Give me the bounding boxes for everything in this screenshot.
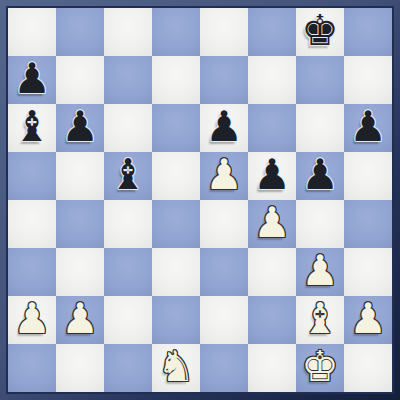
square-c7[interactable] <box>104 56 152 104</box>
piece-white-bishop[interactable]: ♝ <box>301 296 339 343</box>
square-a7[interactable]: ♟ <box>8 56 56 104</box>
square-c1[interactable] <box>104 344 152 392</box>
square-a2[interactable]: ♟ <box>8 296 56 344</box>
chess-board: ♚♟♝♟♟♟♝♟♟♟♟♟♟♟♝♟♞♚ <box>6 6 394 394</box>
piece-black-bishop[interactable]: ♝ <box>13 104 51 151</box>
square-d2[interactable] <box>152 296 200 344</box>
square-b8[interactable] <box>56 8 104 56</box>
board-frame: ♚♟♝♟♟♟♝♟♟♟♟♟♟♟♝♟♞♚ <box>0 0 400 400</box>
square-b4[interactable] <box>56 200 104 248</box>
piece-black-pawn[interactable]: ♟ <box>349 104 387 151</box>
square-f8[interactable] <box>248 8 296 56</box>
square-g8[interactable]: ♚ <box>296 8 344 56</box>
square-e6[interactable]: ♟ <box>200 104 248 152</box>
piece-black-pawn[interactable]: ♟ <box>301 152 339 199</box>
square-d5[interactable] <box>152 152 200 200</box>
square-f3[interactable] <box>248 248 296 296</box>
piece-white-pawn[interactable]: ♟ <box>253 200 291 247</box>
piece-white-knight[interactable]: ♞ <box>157 344 195 391</box>
square-a8[interactable] <box>8 8 56 56</box>
square-c8[interactable] <box>104 8 152 56</box>
square-a4[interactable] <box>8 200 56 248</box>
square-g2[interactable]: ♝ <box>296 296 344 344</box>
piece-black-king[interactable]: ♚ <box>301 8 339 55</box>
square-h7[interactable] <box>344 56 392 104</box>
piece-black-pawn[interactable]: ♟ <box>205 104 243 151</box>
square-b3[interactable] <box>56 248 104 296</box>
square-e7[interactable] <box>200 56 248 104</box>
square-f1[interactable] <box>248 344 296 392</box>
square-a3[interactable] <box>8 248 56 296</box>
piece-white-king[interactable]: ♚ <box>301 344 339 391</box>
square-a1[interactable] <box>8 344 56 392</box>
square-e8[interactable] <box>200 8 248 56</box>
piece-white-pawn[interactable]: ♟ <box>349 296 387 343</box>
square-f2[interactable] <box>248 296 296 344</box>
piece-black-pawn[interactable]: ♟ <box>253 152 291 199</box>
piece-black-pawn[interactable]: ♟ <box>13 56 51 103</box>
square-b2[interactable]: ♟ <box>56 296 104 344</box>
square-h5[interactable] <box>344 152 392 200</box>
square-d3[interactable] <box>152 248 200 296</box>
square-h4[interactable] <box>344 200 392 248</box>
square-g3[interactable]: ♟ <box>296 248 344 296</box>
square-g6[interactable] <box>296 104 344 152</box>
square-h1[interactable] <box>344 344 392 392</box>
square-b7[interactable] <box>56 56 104 104</box>
square-e2[interactable] <box>200 296 248 344</box>
square-d8[interactable] <box>152 8 200 56</box>
square-e3[interactable] <box>200 248 248 296</box>
square-g7[interactable] <box>296 56 344 104</box>
square-h2[interactable]: ♟ <box>344 296 392 344</box>
square-g5[interactable]: ♟ <box>296 152 344 200</box>
square-g1[interactable]: ♚ <box>296 344 344 392</box>
square-f5[interactable]: ♟ <box>248 152 296 200</box>
square-a6[interactable]: ♝ <box>8 104 56 152</box>
square-b5[interactable] <box>56 152 104 200</box>
square-d4[interactable] <box>152 200 200 248</box>
piece-white-pawn[interactable]: ♟ <box>61 296 99 343</box>
piece-black-bishop[interactable]: ♝ <box>109 152 147 199</box>
square-h3[interactable] <box>344 248 392 296</box>
square-e5[interactable]: ♟ <box>200 152 248 200</box>
square-e4[interactable] <box>200 200 248 248</box>
square-h8[interactable] <box>344 8 392 56</box>
square-d1[interactable]: ♞ <box>152 344 200 392</box>
square-c6[interactable] <box>104 104 152 152</box>
square-d6[interactable] <box>152 104 200 152</box>
square-f7[interactable] <box>248 56 296 104</box>
square-c2[interactable] <box>104 296 152 344</box>
piece-white-pawn[interactable]: ♟ <box>13 296 51 343</box>
square-d7[interactable] <box>152 56 200 104</box>
square-c5[interactable]: ♝ <box>104 152 152 200</box>
piece-white-pawn[interactable]: ♟ <box>301 248 339 295</box>
square-c4[interactable] <box>104 200 152 248</box>
square-c3[interactable] <box>104 248 152 296</box>
piece-white-pawn[interactable]: ♟ <box>205 152 243 199</box>
square-e1[interactable] <box>200 344 248 392</box>
square-a5[interactable] <box>8 152 56 200</box>
square-g4[interactable] <box>296 200 344 248</box>
piece-black-pawn[interactable]: ♟ <box>61 104 99 151</box>
square-f6[interactable] <box>248 104 296 152</box>
square-h6[interactable]: ♟ <box>344 104 392 152</box>
square-b6[interactable]: ♟ <box>56 104 104 152</box>
square-b1[interactable] <box>56 344 104 392</box>
square-f4[interactable]: ♟ <box>248 200 296 248</box>
